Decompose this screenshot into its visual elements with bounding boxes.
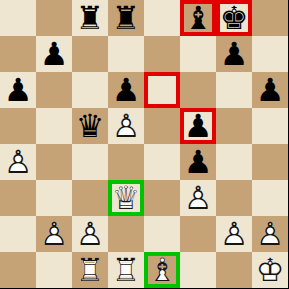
white-queen-d3[interactable]: ♛♕ [108, 180, 144, 216]
board-grid: ♜♜♝♚♟♟♟♟♟♛♟♙♟♟♙♟♛♕♟♙♟♙♟♙♟♙♟♙♜♖♜♖♝♗♚♔ [0, 0, 288, 288]
square-h7[interactable] [252, 36, 288, 72]
square-c7[interactable] [72, 36, 108, 72]
square-a3[interactable] [0, 180, 36, 216]
square-b8[interactable] [36, 0, 72, 36]
square-d7[interactable] [108, 36, 144, 72]
square-c4[interactable] [72, 144, 108, 180]
white-pawn-g2[interactable]: ♟♙ [216, 216, 252, 252]
square-b7[interactable]: ♟ [36, 36, 72, 72]
square-g8[interactable]: ♚ [216, 0, 252, 36]
square-d1[interactable]: ♜♖ [108, 252, 144, 288]
square-g3[interactable] [216, 180, 252, 216]
square-a2[interactable] [0, 216, 36, 252]
square-g5[interactable] [216, 108, 252, 144]
square-e4[interactable] [144, 144, 180, 180]
square-a4[interactable]: ♟♙ [0, 144, 36, 180]
square-h4[interactable] [252, 144, 288, 180]
chess-board: ♜♜♝♚♟♟♟♟♟♛♟♙♟♟♙♟♛♕♟♙♟♙♟♙♟♙♟♙♜♖♜♖♝♗♚♔ [0, 0, 289, 289]
square-f3[interactable]: ♟♙ [180, 180, 216, 216]
square-f6[interactable] [180, 72, 216, 108]
square-c1[interactable]: ♜♖ [72, 252, 108, 288]
square-b5[interactable] [36, 108, 72, 144]
black-pawn-d6[interactable]: ♟ [108, 72, 144, 108]
square-b2[interactable]: ♟♙ [36, 216, 72, 252]
white-rook-d1[interactable]: ♜♖ [108, 252, 144, 288]
square-b4[interactable] [36, 144, 72, 180]
square-g2[interactable]: ♟♙ [216, 216, 252, 252]
square-e6[interactable] [144, 72, 180, 108]
square-d6[interactable]: ♟ [108, 72, 144, 108]
white-pawn-f3[interactable]: ♟♙ [180, 180, 216, 216]
square-b1[interactable] [36, 252, 72, 288]
square-e3[interactable] [144, 180, 180, 216]
square-c2[interactable]: ♟♙ [72, 216, 108, 252]
square-g7[interactable]: ♟ [216, 36, 252, 72]
square-a1[interactable] [0, 252, 36, 288]
square-a6[interactable]: ♟ [0, 72, 36, 108]
square-d4[interactable] [108, 144, 144, 180]
square-e2[interactable] [144, 216, 180, 252]
square-f4[interactable]: ♟ [180, 144, 216, 180]
black-pawn-f4[interactable]: ♟ [180, 144, 216, 180]
black-pawn-g7[interactable]: ♟ [216, 36, 252, 72]
square-h3[interactable] [252, 180, 288, 216]
square-b3[interactable] [36, 180, 72, 216]
black-rook-c8[interactable]: ♜ [72, 0, 108, 36]
square-g4[interactable] [216, 144, 252, 180]
white-rook-c1[interactable]: ♜♖ [72, 252, 108, 288]
square-e5[interactable] [144, 108, 180, 144]
white-king-h1[interactable]: ♚♔ [252, 252, 288, 288]
square-d5[interactable]: ♟♙ [108, 108, 144, 144]
square-c8[interactable]: ♜ [72, 0, 108, 36]
white-pawn-d5[interactable]: ♟♙ [108, 108, 144, 144]
white-pawn-b2[interactable]: ♟♙ [36, 216, 72, 252]
square-g1[interactable] [216, 252, 252, 288]
square-g6[interactable] [216, 72, 252, 108]
square-d3[interactable]: ♛♕ [108, 180, 144, 216]
square-f5[interactable]: ♟ [180, 108, 216, 144]
square-h8[interactable] [252, 0, 288, 36]
black-bishop-f8[interactable]: ♝ [180, 0, 216, 36]
square-h6[interactable]: ♟ [252, 72, 288, 108]
square-c3[interactable] [72, 180, 108, 216]
black-rook-d8[interactable]: ♜ [108, 0, 144, 36]
square-d2[interactable] [108, 216, 144, 252]
square-e8[interactable] [144, 0, 180, 36]
square-e1[interactable]: ♝♗ [144, 252, 180, 288]
white-pawn-c2[interactable]: ♟♙ [72, 216, 108, 252]
square-f7[interactable] [180, 36, 216, 72]
square-a5[interactable] [0, 108, 36, 144]
white-pawn-a4[interactable]: ♟♙ [0, 144, 36, 180]
square-b6[interactable] [36, 72, 72, 108]
square-h5[interactable] [252, 108, 288, 144]
square-a7[interactable] [0, 36, 36, 72]
square-h2[interactable]: ♟♙ [252, 216, 288, 252]
black-king-g8[interactable]: ♚ [216, 0, 252, 36]
square-h1[interactable]: ♚♔ [252, 252, 288, 288]
square-c6[interactable] [72, 72, 108, 108]
square-f1[interactable] [180, 252, 216, 288]
black-pawn-b7[interactable]: ♟ [36, 36, 72, 72]
square-a8[interactable] [0, 0, 36, 36]
white-pawn-h2[interactable]: ♟♙ [252, 216, 288, 252]
square-f2[interactable] [180, 216, 216, 252]
black-pawn-f5[interactable]: ♟ [180, 108, 216, 144]
white-bishop-e1[interactable]: ♝♗ [144, 252, 180, 288]
black-pawn-a6[interactable]: ♟ [0, 72, 36, 108]
square-e7[interactable] [144, 36, 180, 72]
black-pawn-h6[interactable]: ♟ [252, 72, 288, 108]
black-queen-c5[interactable]: ♛ [72, 108, 108, 144]
square-f8[interactable]: ♝ [180, 0, 216, 36]
square-d8[interactable]: ♜ [108, 0, 144, 36]
square-c5[interactable]: ♛ [72, 108, 108, 144]
